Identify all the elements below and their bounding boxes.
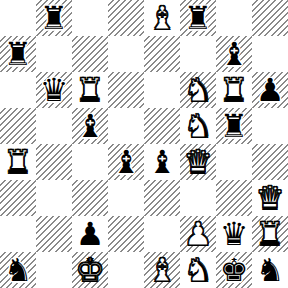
square-a2[interactable] — [0, 216, 36, 252]
square-f1[interactable]: ♞ — [180, 252, 216, 288]
square-h4[interactable] — [252, 144, 288, 180]
square-e4[interactable]: ♝ — [144, 144, 180, 180]
square-b4[interactable] — [36, 144, 72, 180]
piece-white-knight: ♞ — [184, 252, 213, 288]
square-h2[interactable]: ♜ — [252, 216, 288, 252]
piece-white-knight: ♞ — [184, 72, 213, 108]
square-d2[interactable] — [108, 216, 144, 252]
square-h1[interactable]: ♞ — [252, 252, 288, 288]
square-a1[interactable]: ♞ — [0, 252, 36, 288]
square-h7[interactable] — [252, 36, 288, 72]
piece-black-rook: ♜ — [184, 0, 213, 36]
piece-black-pawn: ♟ — [256, 72, 285, 108]
square-b6[interactable]: ♛ — [36, 72, 72, 108]
piece-black-rook: ♜ — [220, 108, 249, 144]
piece-black-bishop: ♝ — [148, 144, 177, 180]
square-d5[interactable] — [108, 108, 144, 144]
chess-board: ♜♝♜♜♝♛♜♞♜♟♝♞♜♜♝♝♛♛♟♟♛♜♞♚♝♞♚♞ — [0, 0, 288, 288]
square-g8[interactable] — [216, 0, 252, 36]
square-e7[interactable] — [144, 36, 180, 72]
piece-black-bishop: ♝ — [220, 36, 249, 72]
piece-white-rook: ♜ — [256, 216, 285, 252]
piece-black-rook: ♜ — [40, 0, 69, 36]
piece-white-bishop: ♝ — [148, 252, 177, 288]
square-d6[interactable] — [108, 72, 144, 108]
piece-black-rook: ♜ — [4, 36, 33, 72]
square-d4[interactable]: ♝ — [108, 144, 144, 180]
square-g6[interactable]: ♜ — [216, 72, 252, 108]
square-e1[interactable]: ♝ — [144, 252, 180, 288]
piece-black-pawn: ♟ — [76, 216, 105, 252]
piece-black-knight: ♞ — [256, 252, 285, 288]
square-c1[interactable]: ♚ — [72, 252, 108, 288]
square-d1[interactable] — [108, 252, 144, 288]
square-c8[interactable] — [72, 0, 108, 36]
square-c4[interactable] — [72, 144, 108, 180]
square-d3[interactable] — [108, 180, 144, 216]
square-e5[interactable] — [144, 108, 180, 144]
piece-white-rook: ♜ — [220, 72, 249, 108]
square-b5[interactable] — [36, 108, 72, 144]
square-a8[interactable] — [0, 0, 36, 36]
square-a7[interactable]: ♜ — [0, 36, 36, 72]
square-c2[interactable]: ♟ — [72, 216, 108, 252]
piece-white-bishop: ♝ — [148, 0, 177, 36]
piece-white-queen: ♛ — [256, 180, 285, 216]
piece-black-queen: ♛ — [220, 216, 249, 252]
piece-white-king: ♚ — [76, 252, 105, 288]
square-c7[interactable] — [72, 36, 108, 72]
square-f2[interactable]: ♟ — [180, 216, 216, 252]
square-f5[interactable]: ♞ — [180, 108, 216, 144]
square-g1[interactable]: ♚ — [216, 252, 252, 288]
square-c5[interactable]: ♝ — [72, 108, 108, 144]
square-a6[interactable] — [0, 72, 36, 108]
square-c3[interactable] — [72, 180, 108, 216]
square-f6[interactable]: ♞ — [180, 72, 216, 108]
piece-white-queen: ♛ — [184, 144, 213, 180]
square-a4[interactable]: ♜ — [0, 144, 36, 180]
square-b7[interactable] — [36, 36, 72, 72]
square-b8[interactable]: ♜ — [36, 0, 72, 36]
square-g7[interactable]: ♝ — [216, 36, 252, 72]
square-d7[interactable] — [108, 36, 144, 72]
square-g4[interactable] — [216, 144, 252, 180]
piece-black-queen: ♛ — [40, 72, 69, 108]
square-c6[interactable]: ♜ — [72, 72, 108, 108]
square-g2[interactable]: ♛ — [216, 216, 252, 252]
square-f8[interactable]: ♜ — [180, 0, 216, 36]
square-a3[interactable] — [0, 180, 36, 216]
square-e2[interactable] — [144, 216, 180, 252]
square-h6[interactable]: ♟ — [252, 72, 288, 108]
piece-black-king: ♚ — [220, 252, 249, 288]
square-g5[interactable]: ♜ — [216, 108, 252, 144]
piece-white-knight: ♞ — [184, 108, 213, 144]
square-a5[interactable] — [0, 108, 36, 144]
square-b2[interactable] — [36, 216, 72, 252]
square-b3[interactable] — [36, 180, 72, 216]
square-h8[interactable] — [252, 0, 288, 36]
square-b1[interactable] — [36, 252, 72, 288]
piece-white-pawn: ♟ — [184, 216, 213, 252]
square-e6[interactable] — [144, 72, 180, 108]
square-e8[interactable]: ♝ — [144, 0, 180, 36]
piece-black-bishop: ♝ — [76, 108, 105, 144]
square-e3[interactable] — [144, 180, 180, 216]
piece-white-rook: ♜ — [76, 72, 105, 108]
square-f4[interactable]: ♛ — [180, 144, 216, 180]
square-f3[interactable] — [180, 180, 216, 216]
square-f7[interactable] — [180, 36, 216, 72]
square-g3[interactable] — [216, 180, 252, 216]
square-h5[interactable] — [252, 108, 288, 144]
square-h3[interactable]: ♛ — [252, 180, 288, 216]
piece-black-bishop: ♝ — [112, 144, 141, 180]
square-d8[interactable] — [108, 0, 144, 36]
piece-black-knight: ♞ — [4, 252, 33, 288]
piece-white-rook: ♜ — [4, 144, 33, 180]
